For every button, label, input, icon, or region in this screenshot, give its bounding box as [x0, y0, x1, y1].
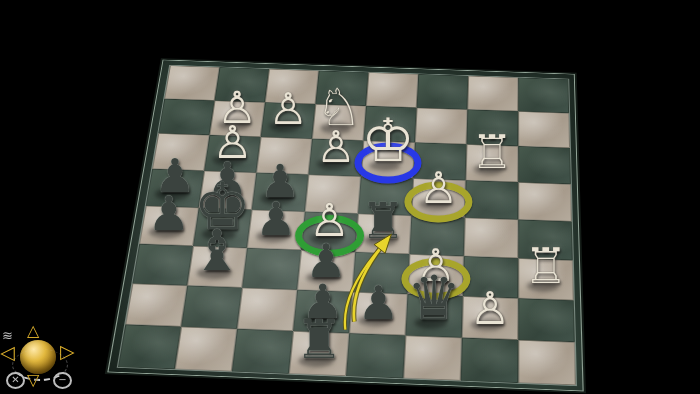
camera-control-widget: ≋ △ ◁ ▷ ▽ ✕ −	[0, 319, 92, 394]
piece-black-pawn-f5[interactable]: ♟	[255, 196, 296, 242]
piece-white-pawn-c4[interactable]: ♙	[419, 166, 458, 209]
square-f6[interactable]	[242, 248, 301, 290]
piece-white-king-d3[interactable]: ♔	[361, 111, 414, 171]
piece-black-queen-c7[interactable]: ♛	[407, 268, 462, 329]
piece-black-rook-e8[interactable]: ♜	[295, 314, 343, 367]
square-b4[interactable]	[465, 180, 518, 219]
square-a8[interactable]	[518, 340, 576, 385]
zoom-out-button[interactable]: −	[53, 372, 72, 389]
square-a1[interactable]	[518, 78, 569, 114]
piece-white-pawn-f2[interactable]: ♙	[268, 88, 307, 132]
piece-black-rook-d5[interactable]: ♜	[361, 197, 405, 246]
square-f7[interactable]	[237, 288, 297, 331]
square-h1[interactable]	[164, 65, 219, 100]
piece-white-pawn-e3[interactable]: ♙	[316, 125, 355, 169]
square-a4[interactable]	[518, 182, 572, 221]
game-screen: ♘♙♙♖♔♙♙♙♟♟♟♜♙♟♚♟♖♙♟♝♙♛♟♟♜ ≋ △ ◁ ▷ ▽ ✕ −	[0, 0, 700, 394]
tilt-up-button[interactable]: △	[27, 323, 39, 339]
square-b8[interactable]	[461, 338, 519, 383]
square-d1[interactable]	[366, 72, 418, 107]
square-h2[interactable]	[158, 99, 214, 135]
piece-black-pawn-d7[interactable]: ♟	[357, 280, 399, 327]
square-d8[interactable]	[346, 333, 405, 378]
square-h7[interactable]	[125, 283, 187, 326]
piece-black-pawn-h5[interactable]: ♟	[148, 190, 191, 238]
square-c8[interactable]	[403, 335, 461, 380]
square-b5[interactable]	[464, 218, 518, 259]
square-b1[interactable]	[467, 76, 518, 111]
piece-white-rook-b3[interactable]: ♖	[471, 128, 512, 174]
piece-black-bishop-g6[interactable]: ♝	[192, 223, 243, 280]
square-f8[interactable]	[232, 329, 293, 374]
square-g7[interactable]	[181, 286, 242, 329]
square-c2[interactable]	[415, 108, 467, 145]
close-button[interactable]: ✕	[6, 372, 25, 389]
tilt-down-button[interactable]: ▽	[27, 372, 39, 388]
square-a7[interactable]	[518, 298, 575, 342]
piece-white-rook-a6[interactable]: ♖	[524, 243, 568, 292]
square-a3[interactable]	[518, 146, 571, 184]
square-c1[interactable]	[417, 74, 469, 109]
square-h6[interactable]	[132, 244, 193, 286]
square-a2[interactable]	[518, 111, 570, 148]
square-g8[interactable]	[175, 327, 237, 372]
square-h8[interactable]	[118, 324, 181, 369]
piece-white-pawn-b7[interactable]: ♙	[470, 286, 510, 331]
